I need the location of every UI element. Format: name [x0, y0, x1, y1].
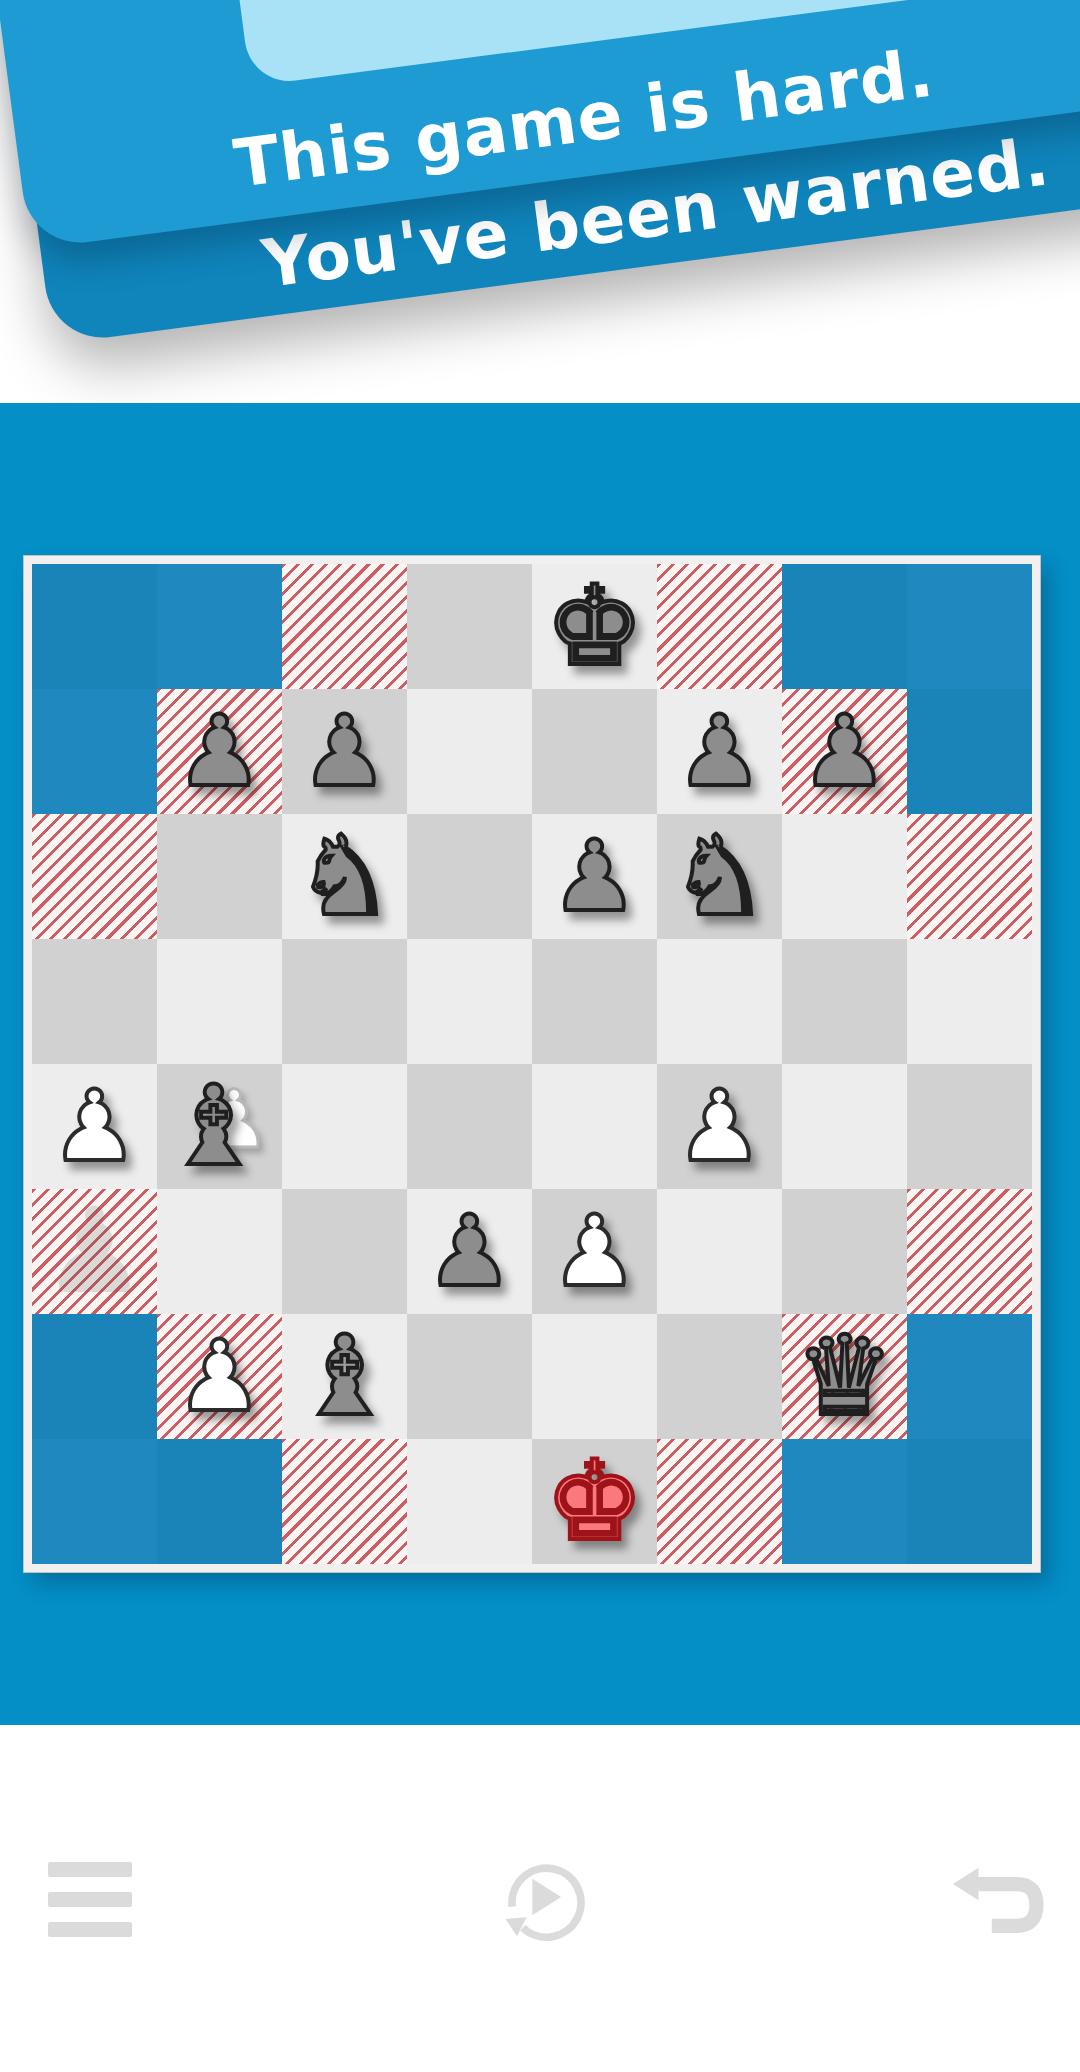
- square-g6[interactable]: [782, 814, 907, 939]
- white-pawn[interactable]: ♟: [551, 1189, 639, 1314]
- square-b7[interactable]: ♟: [157, 689, 282, 814]
- square-c4[interactable]: [282, 1064, 407, 1189]
- bottom-nav: [0, 1725, 1080, 2072]
- square-c3[interactable]: [282, 1189, 407, 1314]
- undo-icon: [950, 1865, 1045, 1941]
- square-d5[interactable]: [407, 939, 532, 1064]
- square-h3[interactable]: [907, 1189, 1032, 1314]
- square-h7[interactable]: [907, 689, 1032, 814]
- square-f8[interactable]: [657, 564, 782, 689]
- black-pawn[interactable]: ♟: [176, 689, 264, 814]
- square-b1[interactable]: [157, 1439, 282, 1564]
- menu-button[interactable]: [48, 1862, 132, 1938]
- square-e5[interactable]: [532, 939, 657, 1064]
- square-a7[interactable]: [32, 689, 157, 814]
- square-d8[interactable]: [407, 564, 532, 689]
- square-e1[interactable]: ♚: [532, 1439, 657, 1564]
- square-b6[interactable]: [157, 814, 282, 939]
- square-g1[interactable]: [782, 1439, 907, 1564]
- square-g3[interactable]: [782, 1189, 907, 1314]
- replay-button[interactable]: [494, 1852, 586, 1944]
- square-f5[interactable]: [657, 939, 782, 1064]
- square-h6[interactable]: [907, 814, 1032, 939]
- square-e8[interactable]: ♚: [532, 564, 657, 689]
- square-f2[interactable]: [657, 1314, 782, 1439]
- square-b8[interactable]: [157, 564, 282, 689]
- black-pawn[interactable]: ♟: [426, 1189, 514, 1314]
- white-pawn[interactable]: ♟: [51, 1064, 139, 1189]
- square-b4[interactable]: ♟♝: [157, 1064, 282, 1189]
- square-g2[interactable]: ♛: [782, 1314, 907, 1439]
- square-c2[interactable]: ♝: [282, 1314, 407, 1439]
- square-e4[interactable]: [532, 1064, 657, 1189]
- square-d2[interactable]: [407, 1314, 532, 1439]
- white-pawn[interactable]: ♟: [676, 1064, 764, 1189]
- square-a4[interactable]: ♟: [32, 1064, 157, 1189]
- undo-button[interactable]: [950, 1865, 1045, 1941]
- square-h5[interactable]: [907, 939, 1032, 1064]
- square-a2[interactable]: [32, 1314, 157, 1439]
- square-e2[interactable]: [532, 1314, 657, 1439]
- black-pawn[interactable]: ♟: [551, 814, 639, 939]
- square-a6[interactable]: [32, 814, 157, 939]
- replay-icon: [494, 1852, 586, 1944]
- square-b5[interactable]: [157, 939, 282, 1064]
- square-d7[interactable]: [407, 689, 532, 814]
- square-a8[interactable]: [32, 564, 157, 689]
- chess-board: ♚♟♟♟♟♞♟♞♟♟♝♟♟♟♟♟♝♛♚: [24, 556, 1040, 1572]
- square-d1[interactable]: [407, 1439, 532, 1564]
- square-c7[interactable]: ♟: [282, 689, 407, 814]
- square-h2[interactable]: [907, 1314, 1032, 1439]
- square-h8[interactable]: [907, 564, 1032, 689]
- black-bishop[interactable]: ♝: [295, 1314, 394, 1439]
- square-f3[interactable]: [657, 1189, 782, 1314]
- ghost-pawn: ♟: [32, 1189, 157, 1314]
- black-knight[interactable]: ♞: [670, 814, 769, 939]
- black-pawn[interactable]: ♟: [801, 689, 889, 814]
- promo-banner: You've been warned. This game is hard.: [0, 0, 1080, 403]
- square-d6[interactable]: [407, 814, 532, 939]
- square-f7[interactable]: ♟: [657, 689, 782, 814]
- square-c5[interactable]: [282, 939, 407, 1064]
- square-d4[interactable]: [407, 1064, 532, 1189]
- square-g5[interactable]: [782, 939, 907, 1064]
- black-pawn[interactable]: ♟: [676, 689, 764, 814]
- square-a1[interactable]: [32, 1439, 157, 1564]
- black-queen[interactable]: ♛: [795, 1314, 894, 1439]
- square-g4[interactable]: [782, 1064, 907, 1189]
- square-e7[interactable]: [532, 689, 657, 814]
- square-c8[interactable]: [282, 564, 407, 689]
- square-g8[interactable]: [782, 564, 907, 689]
- square-a3[interactable]: ♟: [32, 1189, 157, 1314]
- white-king-in-danger[interactable]: ♚: [545, 1439, 644, 1564]
- square-d3[interactable]: ♟: [407, 1189, 532, 1314]
- square-c6[interactable]: ♞: [282, 814, 407, 939]
- square-a5[interactable]: [32, 939, 157, 1064]
- square-h1[interactable]: [907, 1439, 1032, 1564]
- square-f4[interactable]: ♟: [657, 1064, 782, 1189]
- black-pawn[interactable]: ♟: [301, 689, 389, 814]
- promo-card-stack: You've been warned. This game is hard.: [0, 0, 1080, 403]
- square-f1[interactable]: [657, 1439, 782, 1564]
- game-area: ♚♟♟♟♟♞♟♞♟♟♝♟♟♟♟♟♝♛♚: [0, 403, 1080, 1725]
- black-bishop[interactable]: ♝: [164, 1064, 263, 1189]
- square-e3[interactable]: ♟: [532, 1189, 657, 1314]
- menu-icon: [48, 1862, 132, 1938]
- square-b2[interactable]: ♟: [157, 1314, 282, 1439]
- black-knight[interactable]: ♞: [295, 814, 394, 939]
- square-f6[interactable]: ♞: [657, 814, 782, 939]
- square-e6[interactable]: ♟: [532, 814, 657, 939]
- white-pawn[interactable]: ♟: [176, 1314, 264, 1439]
- square-c1[interactable]: [282, 1439, 407, 1564]
- square-b3[interactable]: [157, 1189, 282, 1314]
- square-h4[interactable]: [907, 1064, 1032, 1189]
- black-king[interactable]: ♚: [545, 564, 644, 689]
- square-g7[interactable]: ♟: [782, 689, 907, 814]
